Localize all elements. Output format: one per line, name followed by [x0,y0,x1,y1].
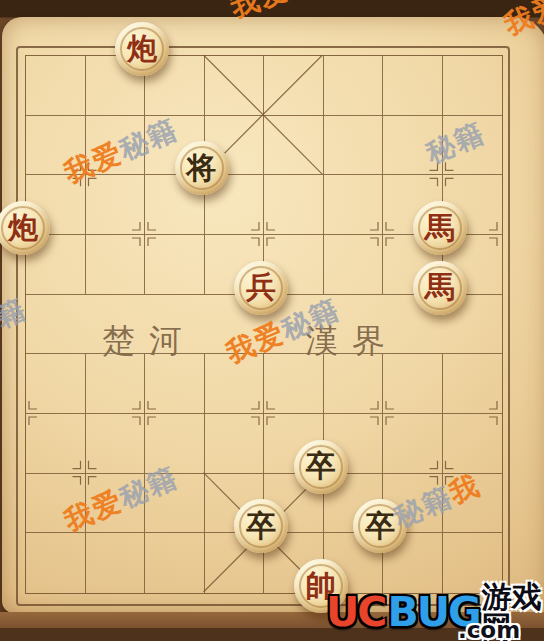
piece-black-soldier[interactable]: 卒 [353,499,407,553]
piece-red-cannon[interactable]: 炮 [115,22,169,76]
piece-red-cannon[interactable]: 炮 [0,201,50,255]
xiangqi-app-screen: 楚河 漢界 炮将炮馬兵馬卒卒卒帥 我爱秘籍我爱秘籍秘籍我爱秘籍我爱秘籍秘籍我秘籍… [0,0,544,641]
piece-black-soldier[interactable]: 卒 [234,499,288,553]
ucbug-logo: UCBUG游戏网 .com [326,582,544,641]
river-label-left: 楚河 [102,319,196,364]
piece-character: 炮 [0,201,50,255]
piece-character: 兵 [234,261,288,315]
xiangqi-board[interactable]: 楚河 漢界 炮将炮馬兵馬卒卒卒帥 [2,17,544,613]
piece-red-soldier[interactable]: 兵 [234,261,288,315]
piece-character: 炮 [115,22,169,76]
piece-black-soldier[interactable]: 卒 [294,440,348,494]
logo-uc: UC [326,592,385,633]
piece-character: 卒 [294,440,348,494]
piece-red-horse[interactable]: 馬 [413,201,467,255]
logo-domain: .com [458,617,520,641]
piece-character: 馬 [413,261,467,315]
piece-character: 卒 [353,499,407,553]
piece-black-general[interactable]: 将 [175,141,229,195]
piece-character: 卒 [234,499,288,553]
piece-character: 馬 [413,201,467,255]
river-label-right: 漢界 [305,319,399,364]
piece-red-horse[interactable]: 馬 [413,261,467,315]
piece-character: 将 [175,141,229,195]
